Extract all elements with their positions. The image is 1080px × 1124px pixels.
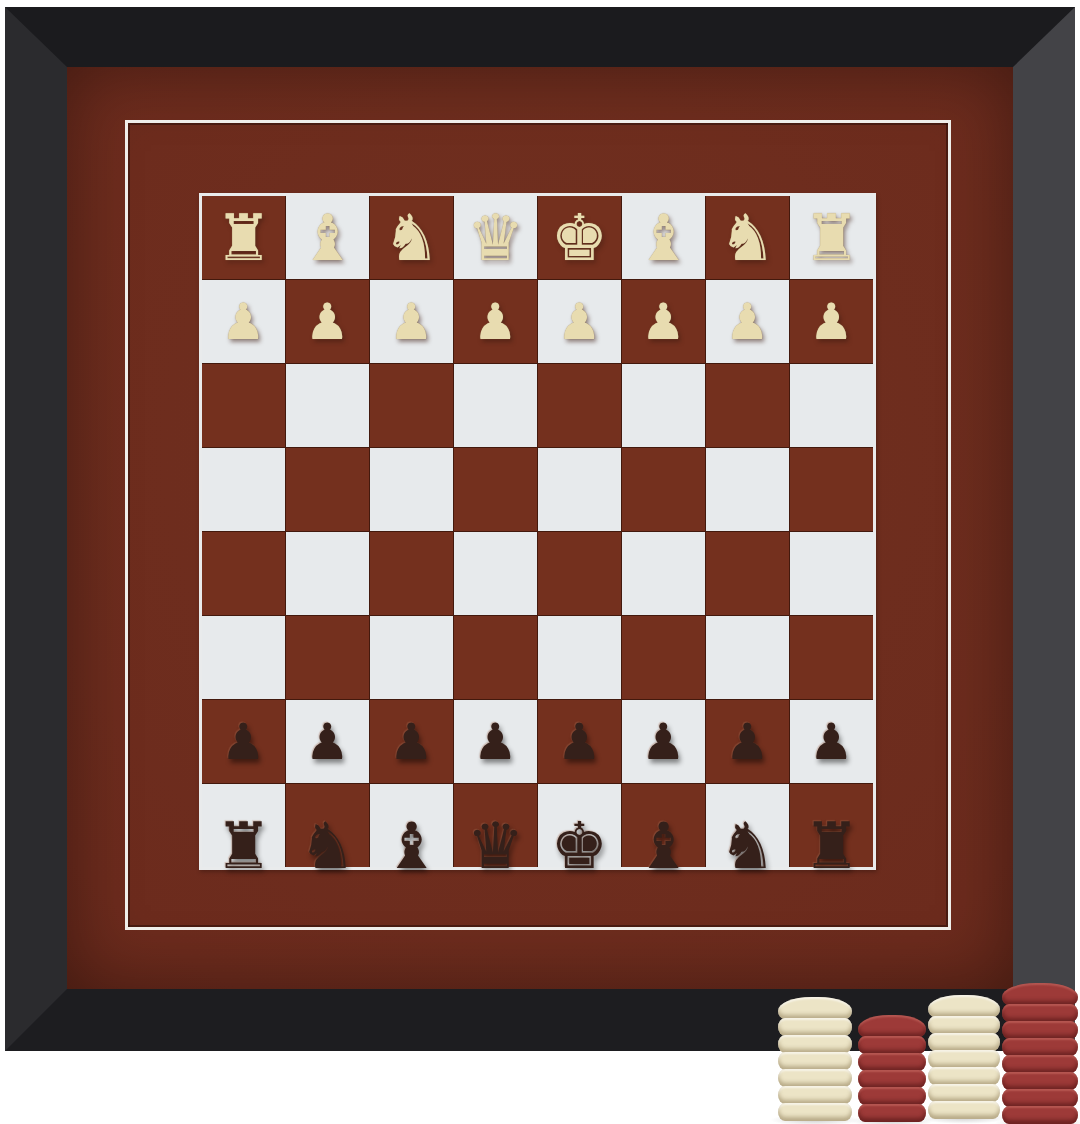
black-pawn: ♟ [305, 717, 350, 767]
checker-disc [858, 1070, 926, 1088]
square-b1[interactable]: ♞ [286, 784, 369, 867]
white-knight: ♞ [383, 206, 440, 270]
black-pawn: ♟ [809, 717, 854, 767]
checker-disc [778, 1052, 852, 1070]
black-pawn: ♟ [221, 717, 266, 767]
square-e8[interactable]: ♚ [538, 196, 621, 279]
checker-disc [1002, 1038, 1078, 1056]
square-c5[interactable] [370, 448, 453, 531]
checker-disc [928, 1016, 1000, 1034]
square-h2[interactable]: ♟ [790, 700, 873, 783]
checker-disc [1002, 1106, 1078, 1124]
checker-disc [928, 1033, 1000, 1051]
checker-disc [858, 1087, 926, 1105]
square-f2[interactable]: ♟ [622, 700, 705, 783]
checker-disc [858, 1104, 926, 1122]
black-pawn: ♟ [725, 717, 770, 767]
checkers-stack-red-2[interactable] [858, 1015, 926, 1122]
square-h7[interactable]: ♟ [790, 280, 873, 363]
square-c7[interactable]: ♟ [370, 280, 453, 363]
square-d6[interactable] [454, 364, 537, 447]
white-pawn: ♟ [641, 297, 686, 347]
square-h8[interactable]: ♜ [790, 196, 873, 279]
square-c8[interactable]: ♞ [370, 196, 453, 279]
checker-disc [1002, 983, 1078, 1005]
checker-disc [928, 995, 1000, 1017]
square-h3[interactable] [790, 616, 873, 699]
square-h6[interactable] [790, 364, 873, 447]
white-pawn: ♟ [557, 297, 602, 347]
square-c1[interactable]: ♝ [370, 784, 453, 867]
square-a8[interactable]: ♜ [202, 196, 285, 279]
square-g5[interactable] [706, 448, 789, 531]
product-photo-scene: ♜♝♞♛♚♝♞♜♟♟♟♟♟♟♟♟♟♟♟♟♟♟♟♟♜♞♝♛♚♝♞♜ [0, 0, 1080, 1124]
white-rook: ♜ [803, 206, 860, 270]
square-f4[interactable] [622, 532, 705, 615]
black-bishop: ♝ [635, 814, 692, 878]
square-e1[interactable]: ♚ [538, 784, 621, 867]
black-pawn: ♟ [557, 717, 602, 767]
white-pawn: ♟ [389, 297, 434, 347]
square-h4[interactable] [790, 532, 873, 615]
checker-disc [778, 1069, 852, 1087]
square-b8[interactable]: ♝ [286, 196, 369, 279]
square-f8[interactable]: ♝ [622, 196, 705, 279]
square-b7[interactable]: ♟ [286, 280, 369, 363]
square-g8[interactable]: ♞ [706, 196, 789, 279]
square-d1[interactable]: ♛ [454, 784, 537, 867]
square-g3[interactable] [706, 616, 789, 699]
white-queen: ♛ [467, 206, 524, 270]
checker-disc [778, 997, 852, 1019]
square-a3[interactable] [202, 616, 285, 699]
checker-disc [1002, 1072, 1078, 1090]
black-king: ♚ [551, 814, 608, 878]
square-d2[interactable]: ♟ [454, 700, 537, 783]
white-king: ♚ [551, 206, 608, 270]
square-h1[interactable]: ♜ [790, 784, 873, 867]
square-d7[interactable]: ♟ [454, 280, 537, 363]
white-pawn: ♟ [809, 297, 854, 347]
square-e7[interactable]: ♟ [538, 280, 621, 363]
square-e4[interactable] [538, 532, 621, 615]
square-e2[interactable]: ♟ [538, 700, 621, 783]
checker-disc [858, 1053, 926, 1071]
checker-disc [1002, 1055, 1078, 1073]
square-f5[interactable] [622, 448, 705, 531]
square-e6[interactable] [538, 364, 621, 447]
square-a6[interactable] [202, 364, 285, 447]
white-rook: ♜ [215, 206, 272, 270]
square-b6[interactable] [286, 364, 369, 447]
square-e3[interactable] [538, 616, 621, 699]
square-c4[interactable] [370, 532, 453, 615]
square-d5[interactable] [454, 448, 537, 531]
square-f1[interactable]: ♝ [622, 784, 705, 867]
black-queen: ♛ [467, 814, 524, 878]
checker-disc [928, 1067, 1000, 1085]
checker-disc [778, 1035, 852, 1053]
square-h5[interactable] [790, 448, 873, 531]
white-bishop: ♝ [635, 206, 692, 270]
square-g2[interactable]: ♟ [706, 700, 789, 783]
square-g1[interactable]: ♞ [706, 784, 789, 867]
white-bishop: ♝ [299, 206, 356, 270]
checker-disc [778, 1018, 852, 1036]
square-d8[interactable]: ♛ [454, 196, 537, 279]
square-f7[interactable]: ♟ [622, 280, 705, 363]
chessboard: ♜♝♞♛♚♝♞♜♟♟♟♟♟♟♟♟♟♟♟♟♟♟♟♟♜♞♝♛♚♝♞♜ [199, 193, 876, 870]
square-c3[interactable] [370, 616, 453, 699]
square-b4[interactable] [286, 532, 369, 615]
square-g6[interactable] [706, 364, 789, 447]
square-d4[interactable] [454, 532, 537, 615]
black-rook: ♜ [215, 814, 272, 878]
white-pawn: ♟ [221, 297, 266, 347]
checker-disc [1002, 1021, 1078, 1039]
checker-disc [928, 1050, 1000, 1068]
checker-disc [1002, 1089, 1078, 1107]
checker-disc [858, 1015, 926, 1037]
black-knight: ♞ [719, 814, 776, 878]
checkers-stack-ivory-3[interactable] [928, 995, 1000, 1119]
white-knight: ♞ [719, 206, 776, 270]
square-e5[interactable] [538, 448, 621, 531]
square-c2[interactable]: ♟ [370, 700, 453, 783]
checkers-stack-red-4[interactable] [1002, 983, 1078, 1124]
square-b3[interactable] [286, 616, 369, 699]
square-f3[interactable] [622, 616, 705, 699]
white-pawn: ♟ [473, 297, 518, 347]
checker-disc [928, 1101, 1000, 1119]
square-a4[interactable] [202, 532, 285, 615]
square-c6[interactable] [370, 364, 453, 447]
square-f6[interactable] [622, 364, 705, 447]
square-d3[interactable] [454, 616, 537, 699]
checker-disc [778, 1086, 852, 1104]
square-g4[interactable] [706, 532, 789, 615]
black-pawn: ♟ [473, 717, 518, 767]
checker-disc [778, 1103, 852, 1121]
checkers-stack-ivory-1[interactable] [778, 997, 852, 1121]
square-a1[interactable]: ♜ [202, 784, 285, 867]
square-b2[interactable]: ♟ [286, 700, 369, 783]
black-pawn: ♟ [389, 717, 434, 767]
square-g7[interactable]: ♟ [706, 280, 789, 363]
square-a5[interactable] [202, 448, 285, 531]
checker-disc [858, 1036, 926, 1054]
black-knight: ♞ [299, 814, 356, 878]
white-pawn: ♟ [305, 297, 350, 347]
square-a2[interactable]: ♟ [202, 700, 285, 783]
black-rook: ♜ [803, 814, 860, 878]
square-a7[interactable]: ♟ [202, 280, 285, 363]
white-pawn: ♟ [725, 297, 770, 347]
checker-disc [928, 1084, 1000, 1102]
square-b5[interactable] [286, 448, 369, 531]
checker-disc [1002, 1004, 1078, 1022]
black-bishop: ♝ [383, 814, 440, 878]
black-pawn: ♟ [641, 717, 686, 767]
